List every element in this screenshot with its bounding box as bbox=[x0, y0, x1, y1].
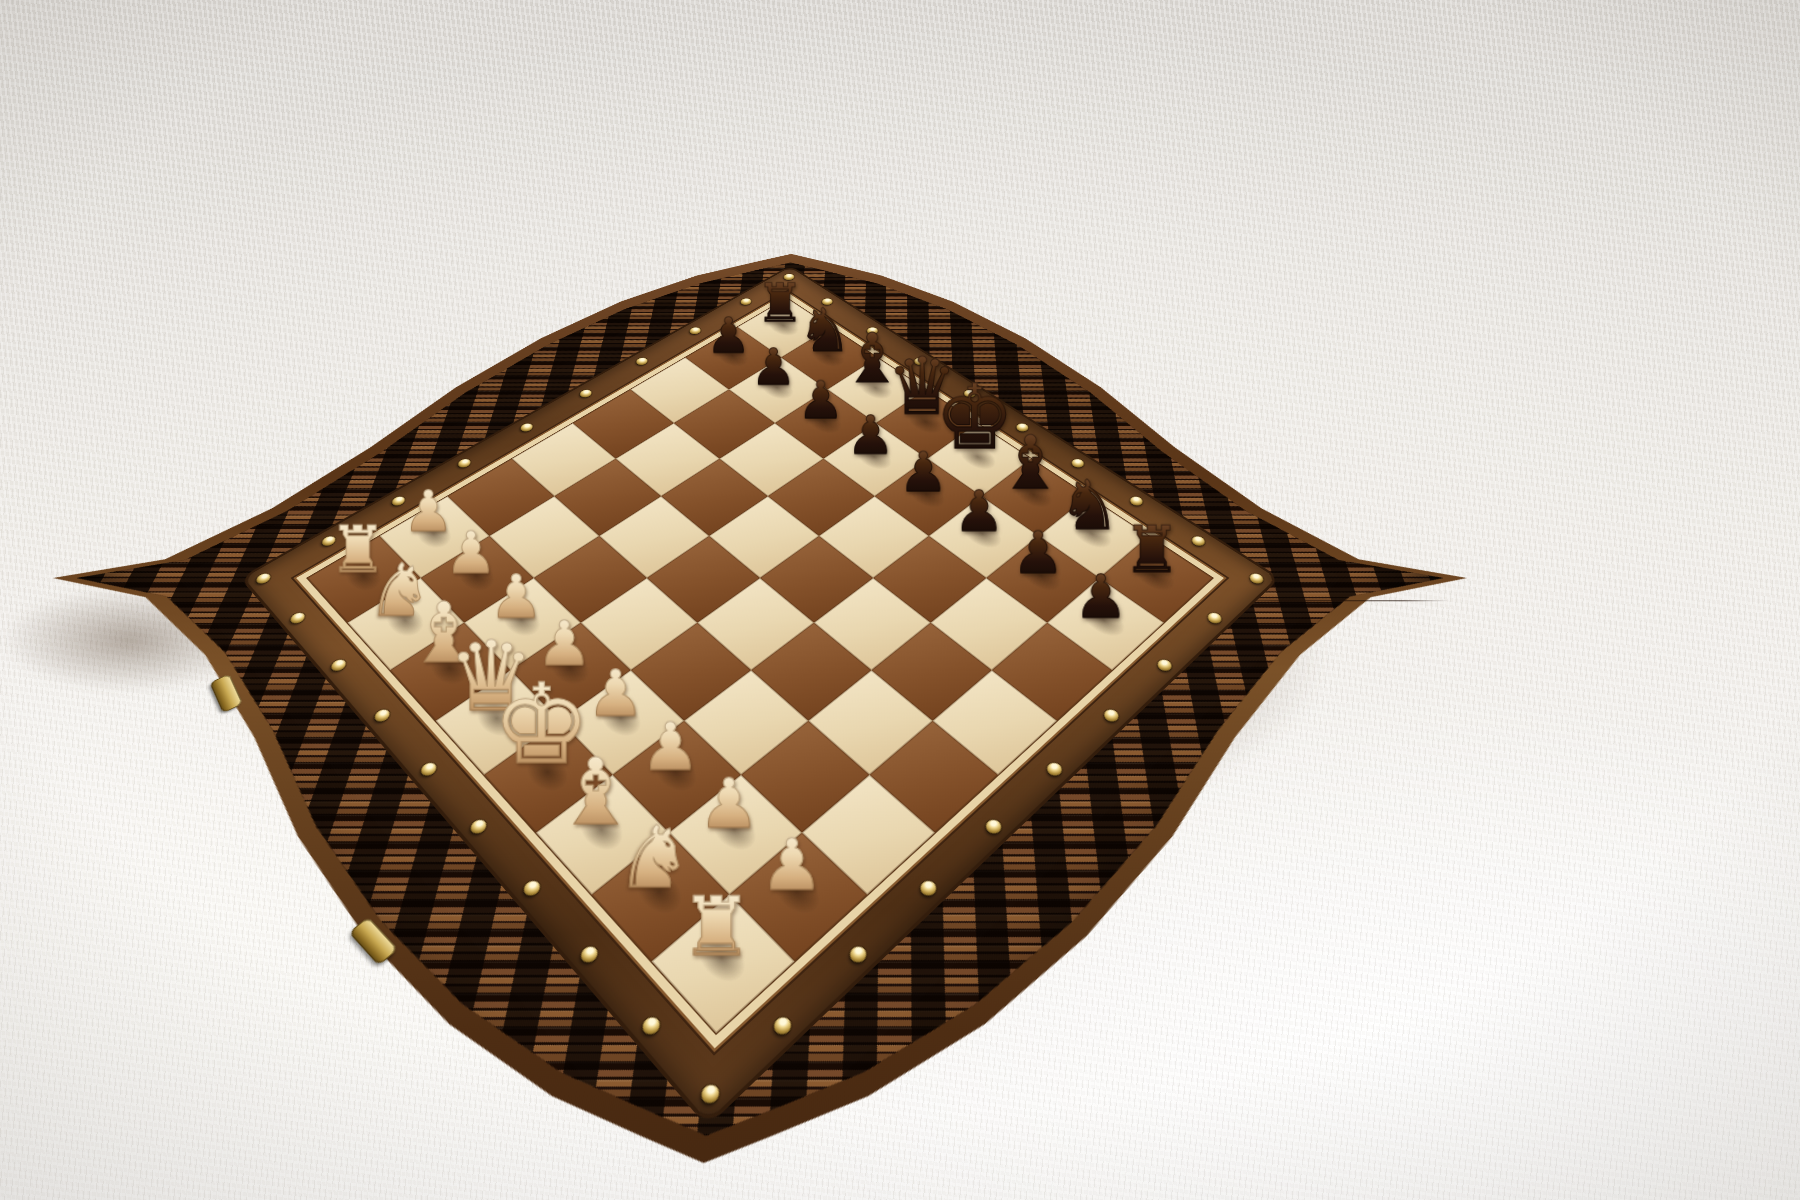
black-pawn-glyph: ♟ bbox=[1039, 567, 1163, 627]
chess-board: ♜♞♝♛♚♝♞♜♟♟♟♟♟♟♟♟♟♟♟♟♟♟♟♟♜♞♝♛♚♝♞♜ bbox=[53, 183, 1467, 1200]
white-rook-glyph: ♜ bbox=[640, 886, 792, 967]
perspective-stage: ♜♞♝♛♚♝♞♜♟♟♟♟♟♟♟♟♟♟♟♟♟♟♟♟♜♞♝♛♚♝♞♜ bbox=[0, 0, 1800, 1200]
photo-canvas: ♜♞♝♛♚♝♞♜♟♟♟♟♟♟♟♟♟♟♟♟♟♟♟♟♜♞♝♛♚♝♞♜ bbox=[0, 0, 1800, 1200]
